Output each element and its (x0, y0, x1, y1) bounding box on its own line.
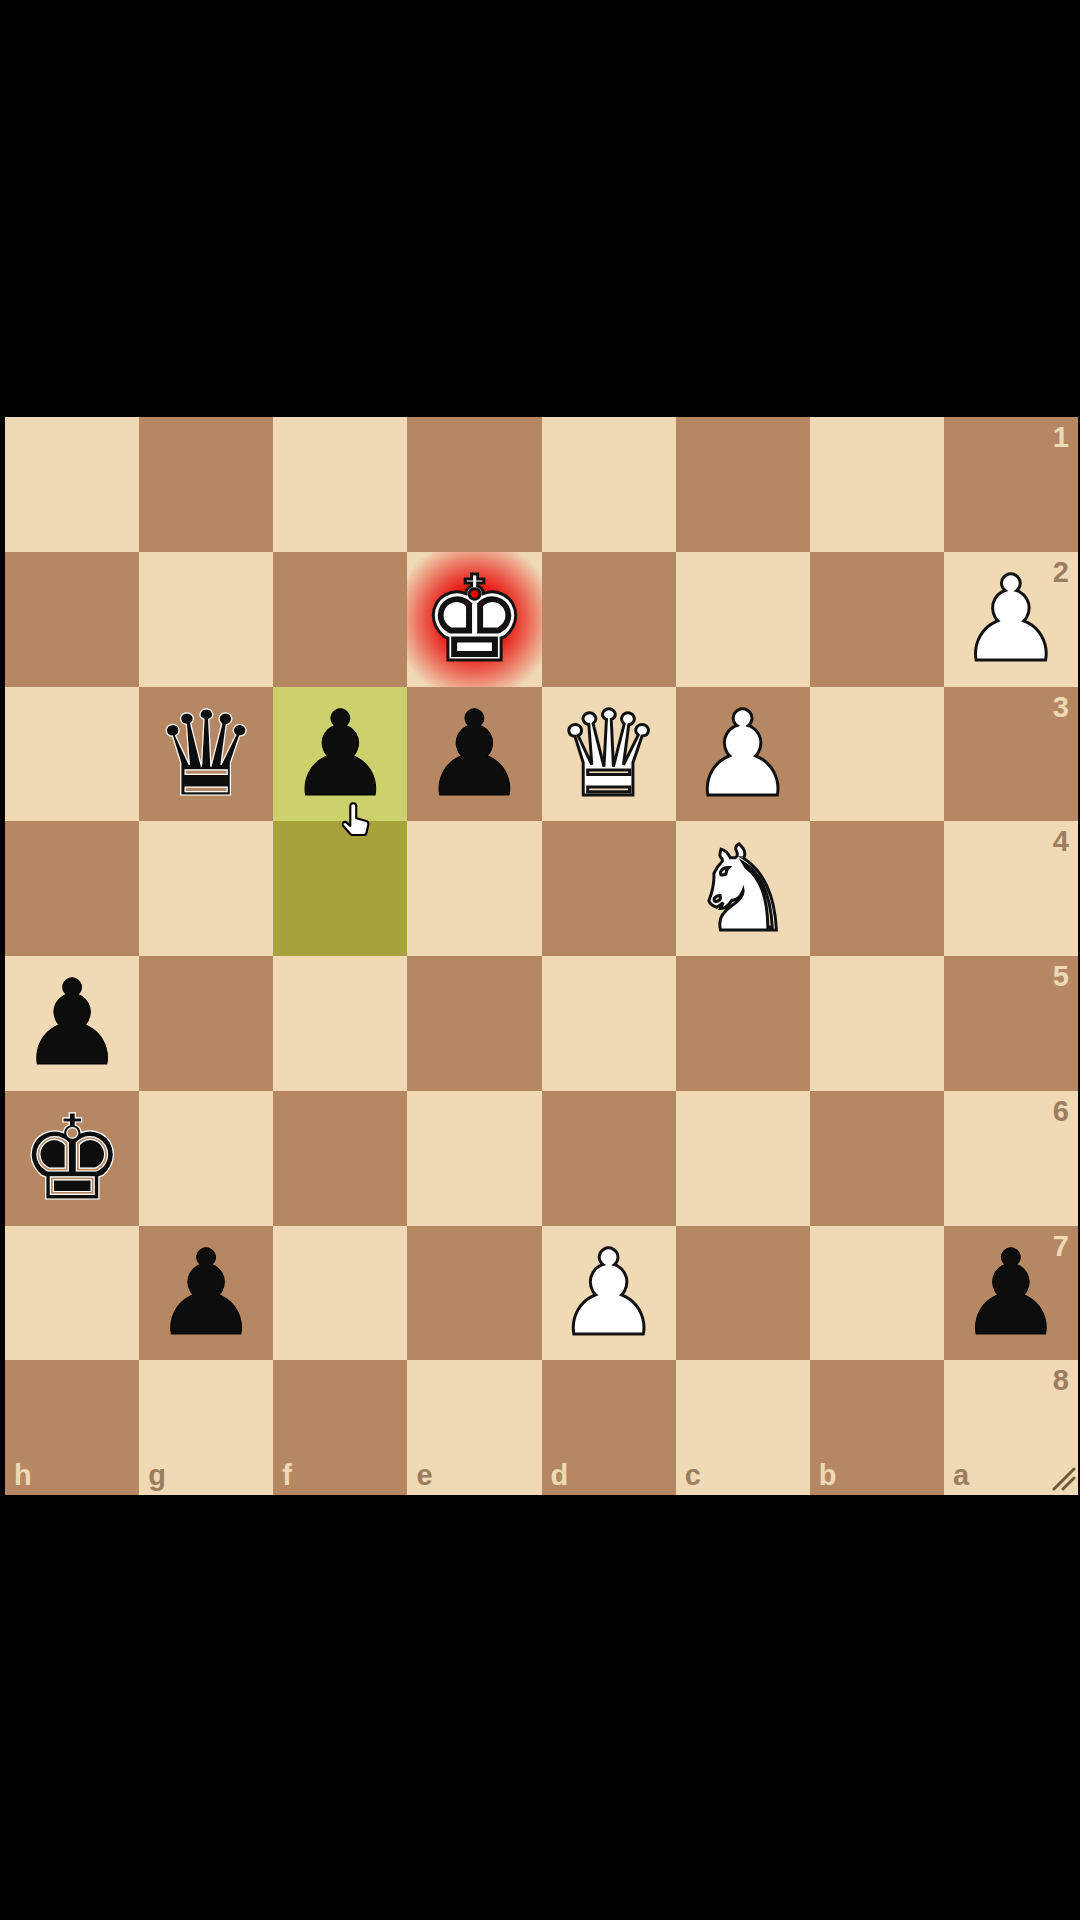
square-h6[interactable]: ♚ (5, 1091, 139, 1226)
rank-label-6: 6 (1053, 1095, 1069, 1128)
square-c5[interactable] (676, 956, 810, 1091)
square-h7[interactable] (5, 1226, 139, 1361)
chess-board: 1♚♟2♛♟♟♛♟3♞4♟5♚6♟♟♟7hgfedcb8a (5, 417, 1078, 1495)
square-e7[interactable] (407, 1226, 541, 1361)
square-e5[interactable] (407, 956, 541, 1091)
black-king[interactable]: ♚ (19, 1099, 125, 1217)
square-a5[interactable]: 5 (944, 956, 1078, 1091)
square-f2[interactable] (273, 552, 407, 687)
square-a3[interactable]: 3 (944, 687, 1078, 822)
rank-label-2: 2 (1053, 556, 1069, 589)
black-pawn[interactable]: ♟ (422, 695, 528, 813)
black-pawn[interactable]: ♟ (958, 1234, 1064, 1352)
square-g3[interactable]: ♛ (139, 687, 273, 822)
square-f1[interactable] (273, 417, 407, 552)
file-label-a: a (953, 1459, 969, 1492)
rank-label-3: 3 (1053, 691, 1069, 724)
square-a7[interactable]: ♟7 (944, 1226, 1078, 1361)
square-b2[interactable] (810, 552, 944, 687)
file-label-d: d (551, 1459, 569, 1492)
white-knight[interactable]: ♞ (690, 830, 796, 948)
square-d5[interactable] (542, 956, 676, 1091)
square-h8[interactable]: h (5, 1360, 139, 1495)
square-g1[interactable] (139, 417, 273, 552)
square-c7[interactable] (676, 1226, 810, 1361)
file-label-g: g (148, 1459, 166, 1492)
square-d3[interactable]: ♛ (542, 687, 676, 822)
square-f7[interactable] (273, 1226, 407, 1361)
file-label-c: c (685, 1459, 701, 1492)
rank-label-1: 1 (1053, 421, 1069, 454)
square-e4[interactable] (407, 821, 541, 956)
black-queen[interactable]: ♛ (153, 695, 259, 813)
rank-label-8: 8 (1053, 1364, 1069, 1397)
square-g7[interactable]: ♟ (139, 1226, 273, 1361)
square-a2[interactable]: ♟2 (944, 552, 1078, 687)
white-king[interactable]: ♚ (422, 560, 528, 678)
square-d6[interactable] (542, 1091, 676, 1226)
square-d4[interactable] (542, 821, 676, 956)
file-label-h: h (14, 1459, 32, 1492)
square-f8[interactable]: f (273, 1360, 407, 1495)
black-pawn[interactable]: ♟ (153, 1234, 259, 1352)
square-e1[interactable] (407, 417, 541, 552)
square-g2[interactable] (139, 552, 273, 687)
letterbox-bottom (0, 1495, 1080, 1920)
square-e2[interactable]: ♚ (407, 552, 541, 687)
square-d1[interactable] (542, 417, 676, 552)
white-pawn[interactable]: ♟ (556, 1234, 662, 1352)
letterbox-top (0, 0, 1080, 417)
file-label-e: e (416, 1459, 432, 1492)
square-b5[interactable] (810, 956, 944, 1091)
square-f5[interactable] (273, 956, 407, 1091)
square-c1[interactable] (676, 417, 810, 552)
square-a4[interactable]: 4 (944, 821, 1078, 956)
rank-label-4: 4 (1053, 825, 1069, 858)
square-a6[interactable]: 6 (944, 1091, 1078, 1226)
square-e3[interactable]: ♟ (407, 687, 541, 822)
square-g4[interactable] (139, 821, 273, 956)
square-b1[interactable] (810, 417, 944, 552)
square-h5[interactable]: ♟ (5, 956, 139, 1091)
board-resize-handle[interactable] (1048, 1463, 1076, 1495)
square-e8[interactable]: e (407, 1360, 541, 1495)
square-d7[interactable]: ♟ (542, 1226, 676, 1361)
square-f6[interactable] (273, 1091, 407, 1226)
square-h1[interactable] (5, 417, 139, 552)
square-b7[interactable] (810, 1226, 944, 1361)
square-b4[interactable] (810, 821, 944, 956)
hand-cursor-icon (337, 799, 379, 845)
square-g6[interactable] (139, 1091, 273, 1226)
rank-label-5: 5 (1053, 960, 1069, 993)
square-h4[interactable] (5, 821, 139, 956)
square-c3[interactable]: ♟ (676, 687, 810, 822)
square-c8[interactable]: c (676, 1360, 810, 1495)
square-d8[interactable]: d (542, 1360, 676, 1495)
black-pawn[interactable]: ♟ (287, 695, 393, 813)
square-h2[interactable] (5, 552, 139, 687)
square-b3[interactable] (810, 687, 944, 822)
square-g8[interactable]: g (139, 1360, 273, 1495)
white-queen[interactable]: ♛ (556, 695, 662, 813)
square-a1[interactable]: 1 (944, 417, 1078, 552)
rank-label-7: 7 (1053, 1230, 1069, 1263)
square-b6[interactable] (810, 1091, 944, 1226)
square-c6[interactable] (676, 1091, 810, 1226)
square-c2[interactable] (676, 552, 810, 687)
file-label-b: b (819, 1459, 837, 1492)
square-h3[interactable] (5, 687, 139, 822)
white-pawn[interactable]: ♟ (690, 695, 796, 813)
square-c4[interactable]: ♞ (676, 821, 810, 956)
square-e6[interactable] (407, 1091, 541, 1226)
black-pawn[interactable]: ♟ (19, 964, 125, 1082)
white-pawn[interactable]: ♟ (958, 560, 1064, 678)
square-b8[interactable]: b (810, 1360, 944, 1495)
square-d2[interactable] (542, 552, 676, 687)
file-label-f: f (282, 1459, 292, 1492)
square-g5[interactable] (139, 956, 273, 1091)
